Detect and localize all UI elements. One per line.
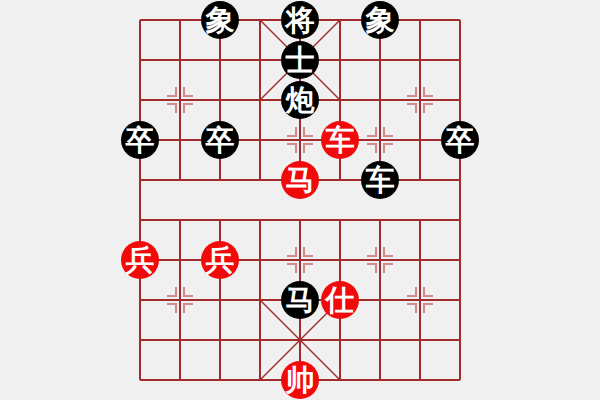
position-marker [287,144,296,153]
position-marker [367,264,376,273]
position-marker [304,247,313,256]
position-marker [367,144,376,153]
position-marker [184,104,193,113]
position-marker [167,304,176,313]
black-advisor[interactable]: 士 [281,41,319,79]
position-marker [367,247,376,256]
xiangqi-app: 象将象士炮卒卒车卒马车兵兵马仕帅 [0,0,600,400]
position-marker [287,247,296,256]
red-advisor[interactable]: 仕 [321,281,359,319]
position-marker [384,127,393,136]
position-marker [407,304,416,313]
position-marker [384,144,393,153]
position-marker [287,264,296,273]
red-soldier[interactable]: 兵 [121,241,159,279]
position-marker [184,87,193,96]
black-general[interactable]: 将 [281,1,319,39]
position-marker [304,264,313,273]
position-marker [384,247,393,256]
red-chariot[interactable]: 车 [321,121,359,159]
position-marker [424,304,433,313]
black-soldier[interactable]: 卒 [201,121,239,159]
position-marker [367,127,376,136]
red-general[interactable]: 帅 [281,361,319,399]
position-marker [184,304,193,313]
black-soldier[interactable]: 卒 [121,121,159,159]
position-marker [167,287,176,296]
position-marker [424,87,433,96]
position-marker [407,104,416,113]
position-marker [424,104,433,113]
red-soldier[interactable]: 兵 [201,241,239,279]
xiangqi-board[interactable]: 象将象士炮卒卒车卒马车兵兵马仕帅 [0,0,600,400]
position-marker [384,264,393,273]
position-marker [424,287,433,296]
black-cannon[interactable]: 炮 [281,81,319,119]
position-marker [407,287,416,296]
position-marker [304,144,313,153]
position-marker [407,87,416,96]
red-horse[interactable]: 马 [281,161,319,199]
position-marker [304,127,313,136]
black-horse[interactable]: 马 [281,281,319,319]
black-chariot[interactable]: 车 [361,161,399,199]
position-marker [167,87,176,96]
black-elephant[interactable]: 象 [201,1,239,39]
black-elephant[interactable]: 象 [361,1,399,39]
position-marker [167,104,176,113]
position-marker [184,287,193,296]
black-soldier[interactable]: 卒 [441,121,479,159]
position-marker [287,127,296,136]
